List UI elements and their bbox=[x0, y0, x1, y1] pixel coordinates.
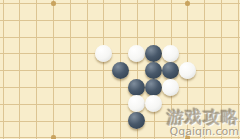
grid-line-horizontal bbox=[0, 20, 240, 21]
white-stone bbox=[145, 95, 162, 112]
grid-line-horizontal bbox=[0, 121, 240, 122]
star-point bbox=[51, 135, 56, 139]
grid-line-horizontal bbox=[0, 37, 240, 38]
black-stone bbox=[145, 45, 162, 62]
white-stone bbox=[162, 79, 179, 96]
white-stone bbox=[95, 45, 112, 62]
black-stone bbox=[128, 79, 145, 96]
star-point bbox=[185, 1, 190, 6]
star-point bbox=[51, 1, 56, 6]
gomoku-board[interactable] bbox=[0, 0, 240, 139]
black-stone bbox=[112, 62, 129, 79]
black-stone bbox=[145, 62, 162, 79]
gomoku-screenshot: 游戏攻略 Qqaiqin.com bbox=[0, 0, 240, 139]
black-stone bbox=[145, 79, 162, 96]
black-stone bbox=[162, 62, 179, 79]
black-stone bbox=[128, 112, 145, 129]
grid-line-horizontal bbox=[0, 3, 240, 4]
white-stone bbox=[128, 95, 145, 112]
grid-line-horizontal bbox=[0, 104, 240, 105]
grid-line-horizontal bbox=[0, 53, 240, 54]
grid-line-horizontal bbox=[0, 137, 240, 138]
white-stone bbox=[179, 62, 196, 79]
white-stone bbox=[128, 45, 145, 62]
white-stone bbox=[162, 45, 179, 62]
star-point bbox=[185, 135, 190, 139]
grid-line-horizontal bbox=[0, 87, 240, 88]
